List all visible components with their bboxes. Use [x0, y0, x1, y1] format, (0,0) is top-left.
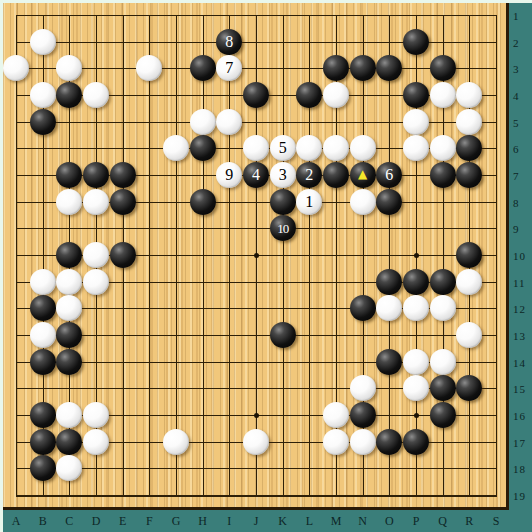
intersection-H11[interactable]	[193, 272, 214, 293]
intersection-O15[interactable]	[379, 378, 400, 399]
intersection-E3[interactable]	[113, 58, 134, 79]
stone-white-M16[interactable]	[323, 402, 349, 428]
intersection-Q8[interactable]	[433, 192, 454, 213]
intersection-G11[interactable]	[166, 272, 187, 293]
intersection-A14[interactable]	[6, 352, 27, 373]
intersection-S2[interactable]	[486, 32, 507, 53]
intersection-R9[interactable]	[459, 218, 480, 239]
intersection-L18[interactable]	[299, 458, 320, 479]
intersection-S4[interactable]	[486, 85, 507, 106]
intersection-P10[interactable]	[406, 245, 427, 266]
intersection-G8[interactable]	[166, 192, 187, 213]
intersection-A6[interactable]	[6, 138, 27, 159]
intersection-I18[interactable]	[219, 458, 240, 479]
intersection-D14[interactable]	[86, 352, 107, 373]
intersection-J18[interactable]	[246, 458, 267, 479]
intersection-J9[interactable]	[246, 218, 267, 239]
intersection-F12[interactable]	[139, 298, 160, 319]
stone-white-H5[interactable]	[190, 109, 216, 135]
intersection-O10[interactable]	[379, 245, 400, 266]
intersection-B8[interactable]	[33, 192, 54, 213]
intersection-H7[interactable]	[193, 165, 214, 186]
intersection-C9[interactable]	[59, 218, 80, 239]
stone-white-K7[interactable]: 3	[270, 162, 296, 188]
intersection-D1[interactable]	[86, 5, 107, 26]
intersection-K3[interactable]	[273, 58, 294, 79]
intersection-H1[interactable]	[193, 5, 214, 26]
intersection-I1[interactable]	[219, 5, 240, 26]
intersection-E13[interactable]	[113, 325, 134, 346]
stone-white-D17[interactable]	[83, 429, 109, 455]
intersection-F5[interactable]	[139, 112, 160, 133]
stone-white-J17[interactable]	[243, 429, 269, 455]
intersection-P7[interactable]	[406, 165, 427, 186]
stone-black-Q11[interactable]	[430, 269, 456, 295]
intersection-G15[interactable]	[166, 378, 187, 399]
intersection-R3[interactable]	[459, 58, 480, 79]
intersection-R1[interactable]	[459, 5, 480, 26]
stone-white-C11[interactable]	[56, 269, 82, 295]
intersection-D13[interactable]	[86, 325, 107, 346]
stone-white-Q4[interactable]	[430, 82, 456, 108]
stone-black-D7[interactable]	[83, 162, 109, 188]
intersection-J2[interactable]	[246, 32, 267, 53]
intersection-G19[interactable]	[166, 485, 187, 506]
intersection-D15[interactable]	[86, 378, 107, 399]
intersection-P1[interactable]	[406, 5, 427, 26]
intersection-F4[interactable]	[139, 85, 160, 106]
intersection-S7[interactable]	[486, 165, 507, 186]
stone-white-M4[interactable]	[323, 82, 349, 108]
intersection-N18[interactable]	[353, 458, 374, 479]
intersection-J19[interactable]	[246, 485, 267, 506]
intersection-O13[interactable]	[379, 325, 400, 346]
intersection-S6[interactable]	[486, 138, 507, 159]
stone-black-B14[interactable]	[30, 349, 56, 375]
intersection-H4[interactable]	[193, 85, 214, 106]
intersection-M9[interactable]	[326, 218, 347, 239]
intersection-Q10[interactable]	[433, 245, 454, 266]
intersection-B9[interactable]	[33, 218, 54, 239]
intersection-L11[interactable]	[299, 272, 320, 293]
intersection-I10[interactable]	[219, 245, 240, 266]
stone-black-O8[interactable]	[376, 189, 402, 215]
intersection-O18[interactable]	[379, 458, 400, 479]
intersection-S17[interactable]	[486, 432, 507, 453]
intersection-P13[interactable]	[406, 325, 427, 346]
intersection-Q1[interactable]	[433, 5, 454, 26]
intersection-O4[interactable]	[379, 85, 400, 106]
intersection-M5[interactable]	[326, 112, 347, 133]
intersection-S18[interactable]	[486, 458, 507, 479]
intersection-I6[interactable]	[219, 138, 240, 159]
intersection-A13[interactable]	[6, 325, 27, 346]
intersection-E14[interactable]	[113, 352, 134, 373]
stone-black-B12[interactable]	[30, 295, 56, 321]
intersection-F14[interactable]	[139, 352, 160, 373]
intersection-A11[interactable]	[6, 272, 27, 293]
intersection-E6[interactable]	[113, 138, 134, 159]
stone-white-R11[interactable]	[456, 269, 482, 295]
stone-black-O14[interactable]	[376, 349, 402, 375]
intersection-N19[interactable]	[353, 485, 374, 506]
intersection-S10[interactable]	[486, 245, 507, 266]
intersection-S11[interactable]	[486, 272, 507, 293]
intersection-H2[interactable]	[193, 32, 214, 53]
intersection-J16[interactable]	[246, 405, 267, 426]
stone-black-O17[interactable]	[376, 429, 402, 455]
intersection-B3[interactable]	[33, 58, 54, 79]
intersection-Q13[interactable]	[433, 325, 454, 346]
intersection-H16[interactable]	[193, 405, 214, 426]
intersection-O5[interactable]	[379, 112, 400, 133]
intersection-S14[interactable]	[486, 352, 507, 373]
intersection-B15[interactable]	[33, 378, 54, 399]
intersection-L16[interactable]	[299, 405, 320, 426]
intersection-M14[interactable]	[326, 352, 347, 373]
intersection-D19[interactable]	[86, 485, 107, 506]
intersection-P18[interactable]	[406, 458, 427, 479]
intersection-H12[interactable]	[193, 298, 214, 319]
intersection-A1[interactable]	[6, 5, 27, 26]
stone-white-I5[interactable]	[216, 109, 242, 135]
intersection-K11[interactable]	[273, 272, 294, 293]
intersection-N1[interactable]	[353, 5, 374, 26]
intersection-E12[interactable]	[113, 298, 134, 319]
intersection-O19[interactable]	[379, 485, 400, 506]
intersection-G14[interactable]	[166, 352, 187, 373]
intersection-H10[interactable]	[193, 245, 214, 266]
intersection-R17[interactable]	[459, 432, 480, 453]
intersection-K12[interactable]	[273, 298, 294, 319]
intersection-J13[interactable]	[246, 325, 267, 346]
intersection-G10[interactable]	[166, 245, 187, 266]
intersection-M11[interactable]	[326, 272, 347, 293]
intersection-M8[interactable]	[326, 192, 347, 213]
stone-white-K6[interactable]: 5	[270, 135, 296, 161]
stone-black-M7[interactable]	[323, 162, 349, 188]
intersection-L15[interactable]	[299, 378, 320, 399]
intersection-M15[interactable]	[326, 378, 347, 399]
stone-white-B13[interactable]	[30, 322, 56, 348]
intersection-M10[interactable]	[326, 245, 347, 266]
intersection-S9[interactable]	[486, 218, 507, 239]
stone-black-K13[interactable]	[270, 322, 296, 348]
stone-black-Q7[interactable]	[430, 162, 456, 188]
stone-black-P2[interactable]	[403, 29, 429, 55]
intersection-B1[interactable]	[33, 5, 54, 26]
intersection-G1[interactable]	[166, 5, 187, 26]
intersection-Q2[interactable]	[433, 32, 454, 53]
intersection-R2[interactable]	[459, 32, 480, 53]
intersection-R18[interactable]	[459, 458, 480, 479]
intersection-I17[interactable]	[219, 432, 240, 453]
intersection-F16[interactable]	[139, 405, 160, 426]
intersection-M12[interactable]	[326, 298, 347, 319]
intersection-F2[interactable]	[139, 32, 160, 53]
stone-white-B4[interactable]	[30, 82, 56, 108]
intersection-G18[interactable]	[166, 458, 187, 479]
intersection-G5[interactable]	[166, 112, 187, 133]
intersection-F15[interactable]	[139, 378, 160, 399]
intersection-D3[interactable]	[86, 58, 107, 79]
stone-black-N16[interactable]	[350, 402, 376, 428]
intersection-R19[interactable]	[459, 485, 480, 506]
intersection-F8[interactable]	[139, 192, 160, 213]
stone-white-P14[interactable]	[403, 349, 429, 375]
intersection-E16[interactable]	[113, 405, 134, 426]
intersection-J1[interactable]	[246, 5, 267, 26]
stone-white-D4[interactable]	[83, 82, 109, 108]
intersection-A5[interactable]	[6, 112, 27, 133]
intersection-K14[interactable]	[273, 352, 294, 373]
stone-black-N12[interactable]	[350, 295, 376, 321]
intersection-D9[interactable]	[86, 218, 107, 239]
intersection-H15[interactable]	[193, 378, 214, 399]
intersection-I14[interactable]	[219, 352, 240, 373]
intersection-S15[interactable]	[486, 378, 507, 399]
intersection-H18[interactable]	[193, 458, 214, 479]
stone-black-E8[interactable]	[110, 189, 136, 215]
stone-black-I2[interactable]: 8	[216, 29, 242, 55]
intersection-H9[interactable]	[193, 218, 214, 239]
intersection-N14[interactable]	[353, 352, 374, 373]
intersection-J11[interactable]	[246, 272, 267, 293]
stone-black-B16[interactable]	[30, 402, 56, 428]
intersection-M13[interactable]	[326, 325, 347, 346]
stone-white-D11[interactable]	[83, 269, 109, 295]
stone-black-O11[interactable]	[376, 269, 402, 295]
intersection-G2[interactable]	[166, 32, 187, 53]
intersection-S1[interactable]	[486, 5, 507, 26]
intersection-J5[interactable]	[246, 112, 267, 133]
intersection-I11[interactable]	[219, 272, 240, 293]
stone-white-B11[interactable]	[30, 269, 56, 295]
intersection-R14[interactable]	[459, 352, 480, 373]
intersection-L13[interactable]	[299, 325, 320, 346]
intersection-Q5[interactable]	[433, 112, 454, 133]
intersection-H14[interactable]	[193, 352, 214, 373]
stone-black-P11[interactable]	[403, 269, 429, 295]
stone-black-P17[interactable]	[403, 429, 429, 455]
intersection-N13[interactable]	[353, 325, 374, 346]
intersection-K15[interactable]	[273, 378, 294, 399]
stone-white-Q6[interactable]	[430, 135, 456, 161]
intersection-C19[interactable]	[59, 485, 80, 506]
intersection-M18[interactable]	[326, 458, 347, 479]
intersection-F18[interactable]	[139, 458, 160, 479]
intersection-L19[interactable]	[299, 485, 320, 506]
stone-black-K8[interactable]	[270, 189, 296, 215]
stone-white-G17[interactable]	[163, 429, 189, 455]
intersection-B6[interactable]	[33, 138, 54, 159]
intersection-A8[interactable]	[6, 192, 27, 213]
intersection-A15[interactable]	[6, 378, 27, 399]
intersection-E18[interactable]	[113, 458, 134, 479]
intersection-H19[interactable]	[193, 485, 214, 506]
intersection-A10[interactable]	[6, 245, 27, 266]
intersection-A16[interactable]	[6, 405, 27, 426]
intersection-F17[interactable]	[139, 432, 160, 453]
intersection-K1[interactable]	[273, 5, 294, 26]
intersection-R8[interactable]	[459, 192, 480, 213]
intersection-F13[interactable]	[139, 325, 160, 346]
intersection-K5[interactable]	[273, 112, 294, 133]
intersection-N11[interactable]	[353, 272, 374, 293]
intersection-K17[interactable]	[273, 432, 294, 453]
intersection-K4[interactable]	[273, 85, 294, 106]
intersection-R16[interactable]	[459, 405, 480, 426]
stone-white-P5[interactable]	[403, 109, 429, 135]
intersection-L3[interactable]	[299, 58, 320, 79]
intersection-F9[interactable]	[139, 218, 160, 239]
intersection-N2[interactable]	[353, 32, 374, 53]
stone-black-P4[interactable]	[403, 82, 429, 108]
intersection-I16[interactable]	[219, 405, 240, 426]
intersection-C5[interactable]	[59, 112, 80, 133]
intersection-N5[interactable]	[353, 112, 374, 133]
stone-black-J7[interactable]: 4	[243, 162, 269, 188]
intersection-A2[interactable]	[6, 32, 27, 53]
stone-black-Q15[interactable]	[430, 375, 456, 401]
intersection-C15[interactable]	[59, 378, 80, 399]
intersection-N9[interactable]	[353, 218, 374, 239]
intersection-K19[interactable]	[273, 485, 294, 506]
stone-black-E10[interactable]	[110, 242, 136, 268]
intersection-B10[interactable]	[33, 245, 54, 266]
intersection-C2[interactable]	[59, 32, 80, 53]
stone-white-L8[interactable]: 1	[296, 189, 322, 215]
intersection-H13[interactable]	[193, 325, 214, 346]
intersection-G7[interactable]	[166, 165, 187, 186]
intersection-Q9[interactable]	[433, 218, 454, 239]
intersection-M1[interactable]	[326, 5, 347, 26]
intersection-A7[interactable]	[6, 165, 27, 186]
intersection-P3[interactable]	[406, 58, 427, 79]
intersection-B7[interactable]	[33, 165, 54, 186]
intersection-A4[interactable]	[6, 85, 27, 106]
intersection-E19[interactable]	[113, 485, 134, 506]
intersection-E17[interactable]	[113, 432, 134, 453]
intersection-L10[interactable]	[299, 245, 320, 266]
intersection-O16[interactable]	[379, 405, 400, 426]
stone-white-C8[interactable]	[56, 189, 82, 215]
intersection-I13[interactable]	[219, 325, 240, 346]
stone-black-H3[interactable]	[190, 55, 216, 81]
intersection-A9[interactable]	[6, 218, 27, 239]
stone-white-Q12[interactable]	[430, 295, 456, 321]
stone-white-R5[interactable]	[456, 109, 482, 135]
intersection-L12[interactable]	[299, 298, 320, 319]
intersection-K2[interactable]	[273, 32, 294, 53]
stone-white-Q14[interactable]	[430, 349, 456, 375]
stone-white-B2[interactable]	[30, 29, 56, 55]
intersection-K16[interactable]	[273, 405, 294, 426]
intersection-L17[interactable]	[299, 432, 320, 453]
intersection-E1[interactable]	[113, 5, 134, 26]
intersection-E2[interactable]	[113, 32, 134, 53]
intersection-P8[interactable]	[406, 192, 427, 213]
intersection-K10[interactable]	[273, 245, 294, 266]
stone-black-B17[interactable]	[30, 429, 56, 455]
intersection-S16[interactable]	[486, 405, 507, 426]
intersection-I8[interactable]	[219, 192, 240, 213]
intersection-G12[interactable]	[166, 298, 187, 319]
intersection-R12[interactable]	[459, 298, 480, 319]
intersection-J12[interactable]	[246, 298, 267, 319]
intersection-S3[interactable]	[486, 58, 507, 79]
intersection-S12[interactable]	[486, 298, 507, 319]
intersection-Q17[interactable]	[433, 432, 454, 453]
intersection-H17[interactable]	[193, 432, 214, 453]
intersection-D2[interactable]	[86, 32, 107, 53]
intersection-O9[interactable]	[379, 218, 400, 239]
intersection-G13[interactable]	[166, 325, 187, 346]
intersection-E4[interactable]	[113, 85, 134, 106]
intersection-F6[interactable]	[139, 138, 160, 159]
intersection-F11[interactable]	[139, 272, 160, 293]
intersection-A18[interactable]	[6, 458, 27, 479]
stone-white-N6[interactable]	[350, 135, 376, 161]
stone-white-N17[interactable]	[350, 429, 376, 455]
intersection-L2[interactable]	[299, 32, 320, 53]
intersection-C1[interactable]	[59, 5, 80, 26]
intersection-D6[interactable]	[86, 138, 107, 159]
intersection-L5[interactable]	[299, 112, 320, 133]
intersection-P9[interactable]	[406, 218, 427, 239]
intersection-P19[interactable]	[406, 485, 427, 506]
stone-white-D10[interactable]	[83, 242, 109, 268]
intersection-M2[interactable]	[326, 32, 347, 53]
stone-black-B5[interactable]	[30, 109, 56, 135]
intersection-P16[interactable]	[406, 405, 427, 426]
intersection-Q19[interactable]	[433, 485, 454, 506]
intersection-L1[interactable]	[299, 5, 320, 26]
intersection-C6[interactable]	[59, 138, 80, 159]
intersection-A12[interactable]	[6, 298, 27, 319]
intersection-N10[interactable]	[353, 245, 374, 266]
intersection-A19[interactable]	[6, 485, 27, 506]
stone-white-M17[interactable]	[323, 429, 349, 455]
intersection-K18[interactable]	[273, 458, 294, 479]
intersection-F10[interactable]	[139, 245, 160, 266]
stone-white-D8[interactable]	[83, 189, 109, 215]
stone-white-N15[interactable]	[350, 375, 376, 401]
intersection-N4[interactable]	[353, 85, 374, 106]
intersection-O6[interactable]	[379, 138, 400, 159]
intersection-J3[interactable]	[246, 58, 267, 79]
intersection-O1[interactable]	[379, 5, 400, 26]
intersection-G16[interactable]	[166, 405, 187, 426]
stone-black-H8[interactable]	[190, 189, 216, 215]
stone-black-Q3[interactable]	[430, 55, 456, 81]
intersection-S5[interactable]	[486, 112, 507, 133]
intersection-L14[interactable]	[299, 352, 320, 373]
stone-black-B18[interactable]	[30, 455, 56, 481]
intersection-S19[interactable]	[486, 485, 507, 506]
stone-black-C17[interactable]	[56, 429, 82, 455]
intersection-E15[interactable]	[113, 378, 134, 399]
intersection-G9[interactable]	[166, 218, 187, 239]
intersection-D5[interactable]	[86, 112, 107, 133]
intersection-J14[interactable]	[246, 352, 267, 373]
intersection-A17[interactable]	[6, 432, 27, 453]
intersection-I19[interactable]	[219, 485, 240, 506]
intersection-D18[interactable]	[86, 458, 107, 479]
stone-black-E7[interactable]	[110, 162, 136, 188]
stone-black-N7[interactable]: ▲	[350, 162, 376, 188]
stone-black-H6[interactable]	[190, 135, 216, 161]
